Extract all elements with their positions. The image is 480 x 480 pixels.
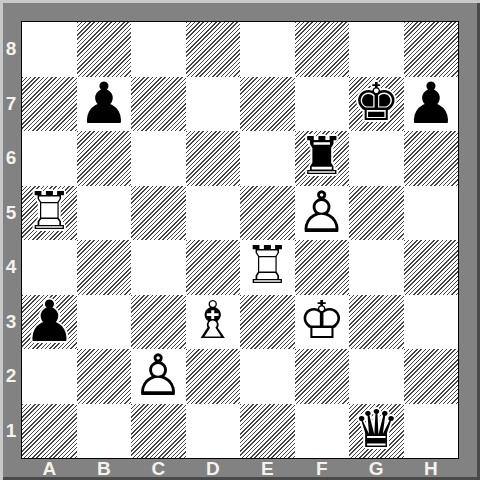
square-b2[interactable] xyxy=(77,349,132,404)
file-label-d: D xyxy=(186,459,241,478)
file-label-c: C xyxy=(131,459,186,478)
file-label-f: F xyxy=(295,459,350,478)
square-c1[interactable] xyxy=(131,404,186,459)
square-g1[interactable]: ♛♛ xyxy=(349,404,404,459)
square-a8[interactable] xyxy=(22,22,77,77)
piece-white-bishop-d3[interactable]: ♝♗ xyxy=(186,293,241,348)
square-b1[interactable] xyxy=(77,404,132,459)
rank-label-6: 6 xyxy=(0,131,22,186)
chess-board: ♟♟♚♚♟♟♜♜♜♖♟♙♜♖♟♟♝♗♚♔♟♙♛♛ xyxy=(21,21,459,459)
square-c4[interactable] xyxy=(131,240,186,295)
rank-label-3: 3 xyxy=(0,295,22,350)
square-e4[interactable]: ♜♖ xyxy=(240,240,295,295)
square-d6[interactable] xyxy=(186,131,241,186)
square-b3[interactable] xyxy=(77,295,132,350)
square-a2[interactable] xyxy=(22,349,77,404)
square-g5[interactable] xyxy=(349,186,404,241)
black-pawn-glyph: ♟ xyxy=(78,75,129,132)
square-e8[interactable] xyxy=(240,22,295,77)
square-f7[interactable] xyxy=(295,77,350,132)
square-d2[interactable] xyxy=(186,349,241,404)
square-f5[interactable]: ♟♙ xyxy=(295,186,350,241)
square-e3[interactable] xyxy=(240,295,295,350)
square-e1[interactable] xyxy=(240,404,295,459)
square-f1[interactable] xyxy=(295,404,350,459)
rank-label-2: 2 xyxy=(0,349,22,404)
square-a1[interactable] xyxy=(22,404,77,459)
black-pawn-glyph: ♟ xyxy=(405,75,456,132)
square-a7[interactable] xyxy=(22,77,77,132)
file-label-g: G xyxy=(349,459,404,478)
square-c7[interactable] xyxy=(131,77,186,132)
square-c3[interactable] xyxy=(131,295,186,350)
black-queen-glyph: ♛ xyxy=(353,403,400,455)
square-h5[interactable] xyxy=(404,186,459,241)
square-g4[interactable] xyxy=(349,240,404,295)
square-g2[interactable] xyxy=(349,349,404,404)
square-f6[interactable]: ♜♜ xyxy=(295,131,350,186)
piece-black-pawn-b7[interactable]: ♟♟ xyxy=(77,75,132,130)
square-e6[interactable] xyxy=(240,131,295,186)
square-c8[interactable] xyxy=(131,22,186,77)
file-label-e: E xyxy=(240,459,295,478)
square-h1[interactable] xyxy=(404,404,459,459)
square-h3[interactable] xyxy=(404,295,459,350)
piece-white-king-f3[interactable]: ♚♔ xyxy=(295,293,350,348)
square-b4[interactable] xyxy=(77,240,132,295)
square-e2[interactable] xyxy=(240,349,295,404)
square-a3[interactable]: ♟♟ xyxy=(22,295,77,350)
square-a4[interactable] xyxy=(22,240,77,295)
square-g7[interactable]: ♚♚ xyxy=(349,77,404,132)
square-a5[interactable]: ♜♖ xyxy=(22,186,77,241)
square-d8[interactable] xyxy=(186,22,241,77)
square-h2[interactable] xyxy=(404,349,459,404)
square-d4[interactable] xyxy=(186,240,241,295)
square-h4[interactable] xyxy=(404,240,459,295)
square-b6[interactable] xyxy=(77,131,132,186)
piece-white-rook-a5[interactable]: ♜♖ xyxy=(22,184,77,239)
square-h7[interactable]: ♟♟ xyxy=(404,77,459,132)
black-rook-glyph: ♜ xyxy=(298,130,345,182)
piece-black-queen-g1[interactable]: ♛♛ xyxy=(349,402,404,457)
square-b7[interactable]: ♟♟ xyxy=(77,77,132,132)
file-label-b: B xyxy=(77,459,132,478)
square-h8[interactable] xyxy=(404,22,459,77)
square-d5[interactable] xyxy=(186,186,241,241)
square-f4[interactable] xyxy=(295,240,350,295)
rank-label-5: 5 xyxy=(0,186,22,241)
square-b5[interactable] xyxy=(77,186,132,241)
piece-white-pawn-c2[interactable]: ♟♙ xyxy=(131,347,186,402)
square-h6[interactable] xyxy=(404,131,459,186)
rank-label-8: 8 xyxy=(0,22,22,77)
white-pawn-glyph: ♙ xyxy=(296,184,347,241)
square-f2[interactable] xyxy=(295,349,350,404)
square-d3[interactable]: ♝♗ xyxy=(186,295,241,350)
square-e7[interactable] xyxy=(240,77,295,132)
square-d1[interactable] xyxy=(186,404,241,459)
square-a6[interactable] xyxy=(22,131,77,186)
piece-black-rook-f6[interactable]: ♜♜ xyxy=(295,129,350,184)
board-frame: ♟♟♚♚♟♟♜♜♜♖♟♙♜♖♟♟♝♗♚♔♟♙♛♛ 87654321ABCDEFG… xyxy=(0,0,480,480)
file-label-a: A xyxy=(22,459,77,478)
piece-black-pawn-h7[interactable]: ♟♟ xyxy=(404,75,459,130)
rank-label-7: 7 xyxy=(0,77,22,132)
square-b8[interactable] xyxy=(77,22,132,77)
white-rook-glyph: ♖ xyxy=(26,185,73,237)
file-label-h: H xyxy=(404,459,459,478)
black-pawn-glyph: ♟ xyxy=(24,293,75,350)
white-rook-glyph: ♖ xyxy=(244,239,291,291)
square-g3[interactable] xyxy=(349,295,404,350)
white-bishop-glyph: ♗ xyxy=(189,294,236,346)
piece-black-king-g7[interactable]: ♚♚ xyxy=(349,75,404,130)
piece-white-pawn-f5[interactable]: ♟♙ xyxy=(295,184,350,239)
square-e5[interactable] xyxy=(240,186,295,241)
square-g6[interactable] xyxy=(349,131,404,186)
square-f8[interactable] xyxy=(295,22,350,77)
square-g8[interactable] xyxy=(349,22,404,77)
square-c5[interactable] xyxy=(131,186,186,241)
piece-black-pawn-a3[interactable]: ♟♟ xyxy=(22,293,77,348)
white-king-glyph: ♔ xyxy=(298,294,345,346)
white-pawn-glyph: ♙ xyxy=(133,347,184,404)
black-king-glyph: ♚ xyxy=(353,76,400,128)
piece-white-rook-e4[interactable]: ♜♖ xyxy=(240,238,295,293)
square-c6[interactable] xyxy=(131,131,186,186)
rank-label-4: 4 xyxy=(0,240,22,295)
square-c2[interactable]: ♟♙ xyxy=(131,349,186,404)
square-d7[interactable] xyxy=(186,77,241,132)
rank-label-1: 1 xyxy=(0,404,22,459)
square-f3[interactable]: ♚♔ xyxy=(295,295,350,350)
